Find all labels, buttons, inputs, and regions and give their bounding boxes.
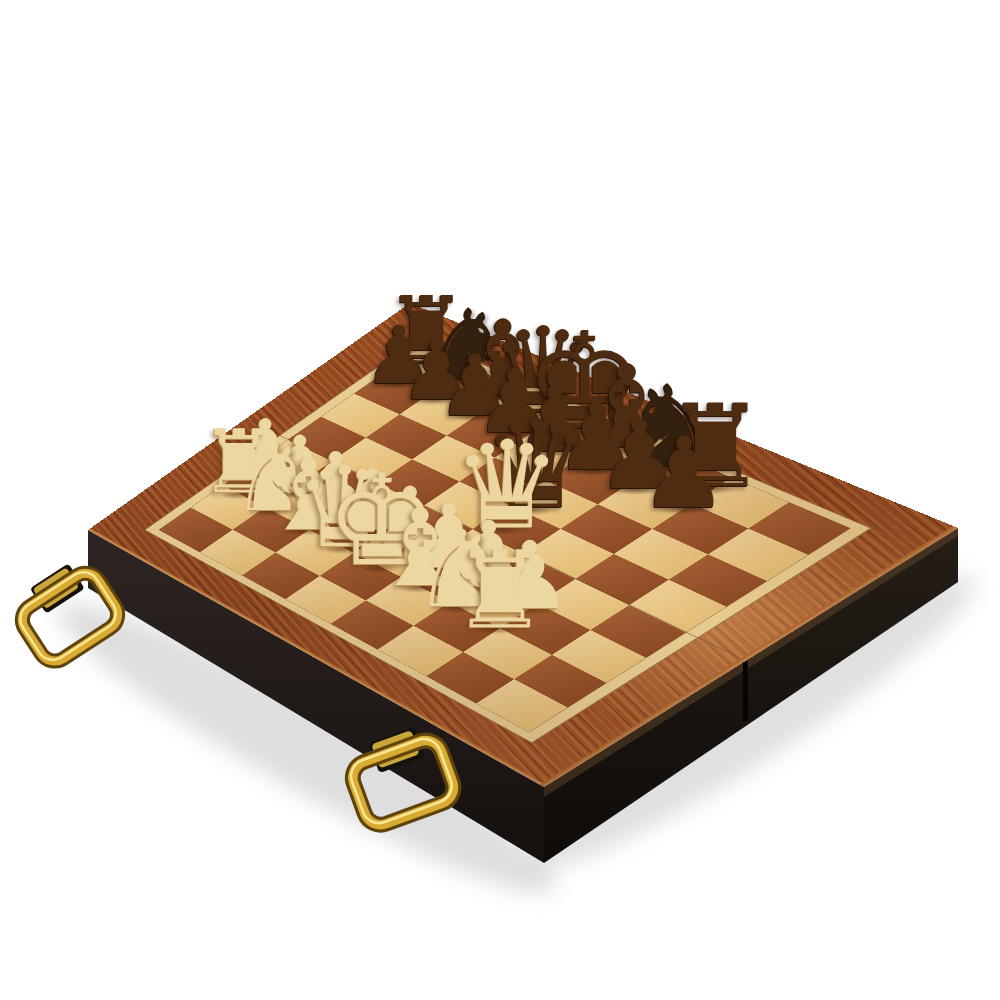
fold-seam-notch <box>743 661 748 721</box>
product-photo-stage: ♜♞♝♟♛♟♚♟♝♟♞♟♜♟♟♟♛♟♛♟♟♜♟♞♟♝♟♛♟♚♟♝♞♜ <box>0 0 1000 1000</box>
